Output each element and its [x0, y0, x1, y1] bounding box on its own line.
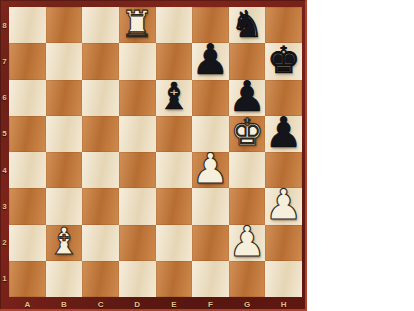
square-g6[interactable]: ♟ — [229, 80, 266, 116]
file-labels: ABCDEFGH — [9, 297, 302, 311]
square-c2[interactable] — [82, 225, 119, 261]
white-pawn-icon: ♟ — [229, 225, 266, 261]
square-c4[interactable] — [82, 152, 119, 188]
rank-label-8: 8 — [0, 7, 9, 43]
white-rook-icon: ♜ — [121, 7, 154, 43]
black-bishop-icon: ♝ — [157, 80, 190, 116]
square-g5[interactable]: ♚ — [229, 116, 266, 152]
rank-label-5: 5 — [0, 116, 9, 152]
rank-label-6: 6 — [0, 80, 9, 116]
square-g4[interactable] — [229, 152, 266, 188]
page-background: 87654321 ♜♞♟♚♝♟♚♟♟♟♝♟ ABCDEFGH — [0, 0, 414, 311]
black-knight-icon: ♞ — [230, 7, 263, 43]
square-h4[interactable] — [265, 152, 302, 188]
square-f3[interactable] — [192, 188, 229, 224]
square-a2[interactable] — [9, 225, 46, 261]
file-label-h: H — [265, 297, 302, 311]
file-label-c: C — [82, 297, 119, 311]
chess-board: ♜♞♟♚♝♟♚♟♟♟♝♟ — [9, 7, 302, 297]
file-label-a: A — [9, 297, 46, 311]
square-d2[interactable] — [119, 225, 156, 261]
square-f6[interactable] — [192, 80, 229, 116]
square-h7[interactable]: ♚ — [265, 43, 302, 79]
square-e1[interactable] — [156, 261, 193, 297]
square-e6[interactable]: ♝ — [156, 80, 193, 116]
square-e3[interactable] — [156, 188, 193, 224]
square-b5[interactable] — [46, 116, 83, 152]
square-c3[interactable] — [82, 188, 119, 224]
file-label-b: B — [46, 297, 83, 311]
rank-label-2: 2 — [0, 225, 9, 261]
square-h5[interactable]: ♟ — [265, 116, 302, 152]
square-e4[interactable] — [156, 152, 193, 188]
black-pawn-icon: ♟ — [229, 80, 266, 116]
square-d8[interactable]: ♜ — [119, 7, 156, 43]
square-d1[interactable] — [119, 261, 156, 297]
white-pawn-icon: ♟ — [192, 152, 229, 188]
black-pawn-icon: ♟ — [192, 43, 229, 79]
file-label-g: G — [229, 297, 266, 311]
file-label-e: E — [156, 297, 193, 311]
square-h1[interactable] — [265, 261, 302, 297]
square-b7[interactable] — [46, 43, 83, 79]
rank-label-1: 1 — [0, 261, 9, 297]
square-e2[interactable] — [156, 225, 193, 261]
square-g7[interactable] — [229, 43, 266, 79]
square-e8[interactable] — [156, 7, 193, 43]
rank-labels: 87654321 — [0, 7, 9, 297]
square-a8[interactable] — [9, 7, 46, 43]
file-label-d: D — [119, 297, 156, 311]
square-f8[interactable] — [192, 7, 229, 43]
square-b4[interactable] — [46, 152, 83, 188]
black-pawn-icon: ♟ — [265, 116, 302, 152]
square-b1[interactable] — [46, 261, 83, 297]
square-g8[interactable]: ♞ — [229, 7, 266, 43]
square-h6[interactable] — [265, 80, 302, 116]
square-g1[interactable] — [229, 261, 266, 297]
square-a5[interactable] — [9, 116, 46, 152]
square-d6[interactable] — [119, 80, 156, 116]
square-c5[interactable] — [82, 116, 119, 152]
white-bishop-icon: ♝ — [47, 225, 80, 261]
square-b2[interactable]: ♝ — [46, 225, 83, 261]
square-a3[interactable] — [9, 188, 46, 224]
square-a4[interactable] — [9, 152, 46, 188]
square-d3[interactable] — [119, 188, 156, 224]
white-pawn-icon: ♟ — [265, 188, 302, 224]
square-f5[interactable] — [192, 116, 229, 152]
black-king-icon: ♚ — [267, 43, 300, 79]
square-a1[interactable] — [9, 261, 46, 297]
square-c6[interactable] — [82, 80, 119, 116]
square-g2[interactable]: ♟ — [229, 225, 266, 261]
square-d5[interactable] — [119, 116, 156, 152]
square-h3[interactable]: ♟ — [265, 188, 302, 224]
square-g3[interactable] — [229, 188, 266, 224]
square-c8[interactable] — [82, 7, 119, 43]
square-f7[interactable]: ♟ — [192, 43, 229, 79]
rank-label-7: 7 — [0, 43, 9, 79]
chess-board-frame: 87654321 ♜♞♟♚♝♟♚♟♟♟♝♟ ABCDEFGH — [0, 0, 307, 311]
square-b6[interactable] — [46, 80, 83, 116]
rank-label-3: 3 — [0, 188, 9, 224]
rank-label-4: 4 — [0, 152, 9, 188]
square-b8[interactable] — [46, 7, 83, 43]
square-d4[interactable] — [119, 152, 156, 188]
square-e7[interactable] — [156, 43, 193, 79]
square-c7[interactable] — [82, 43, 119, 79]
square-f1[interactable] — [192, 261, 229, 297]
white-king-icon: ♚ — [230, 116, 263, 152]
square-b3[interactable] — [46, 188, 83, 224]
square-h8[interactable] — [265, 7, 302, 43]
square-a7[interactable] — [9, 43, 46, 79]
square-c1[interactable] — [82, 261, 119, 297]
square-f2[interactable] — [192, 225, 229, 261]
square-f4[interactable]: ♟ — [192, 152, 229, 188]
square-d7[interactable] — [119, 43, 156, 79]
square-h2[interactable] — [265, 225, 302, 261]
square-a6[interactable] — [9, 80, 46, 116]
file-label-f: F — [192, 297, 229, 311]
square-e5[interactable] — [156, 116, 193, 152]
